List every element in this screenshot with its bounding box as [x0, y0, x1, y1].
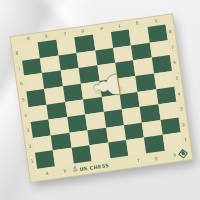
rank-label: 6 [18, 78, 25, 90]
rank-label: 4 [176, 88, 183, 100]
rank-label: 4 [22, 109, 29, 121]
rank-label: 5 [173, 72, 180, 84]
logo-text: US CHESS [79, 162, 109, 172]
rank-label: 7 [169, 41, 176, 53]
rank-label: 8 [167, 26, 174, 38]
square-a1 [35, 151, 55, 169]
knight-diamond-emblem: ♞ [177, 147, 189, 159]
square-g1 [144, 135, 164, 153]
square-c1 [71, 145, 91, 163]
file-label: g [149, 153, 164, 164]
rank-label: 1 [182, 134, 189, 146]
square-e1 [108, 140, 128, 158]
pawn-crest-icon: ♙ [72, 165, 79, 173]
knight-icon: ♞ [177, 147, 189, 159]
square-h1 [162, 133, 182, 151]
rank-label: 2 [180, 119, 187, 131]
square-b1 [53, 148, 73, 166]
file-label: f [131, 155, 146, 166]
square-f1 [126, 138, 146, 156]
file-label: a [40, 168, 55, 179]
square-d1 [90, 143, 110, 161]
rank-label: 3 [178, 103, 185, 115]
photo-backdrop: abcdefgh abcfgh 87654321 87654321 ♙ US C… [0, 0, 200, 200]
fallen-white-pawn[interactable]: ♟ [83, 63, 129, 109]
rank-label: 5 [20, 94, 27, 106]
file-label: b [58, 165, 73, 176]
rank-label: 6 [171, 57, 178, 69]
rank-label: 3 [24, 125, 31, 137]
